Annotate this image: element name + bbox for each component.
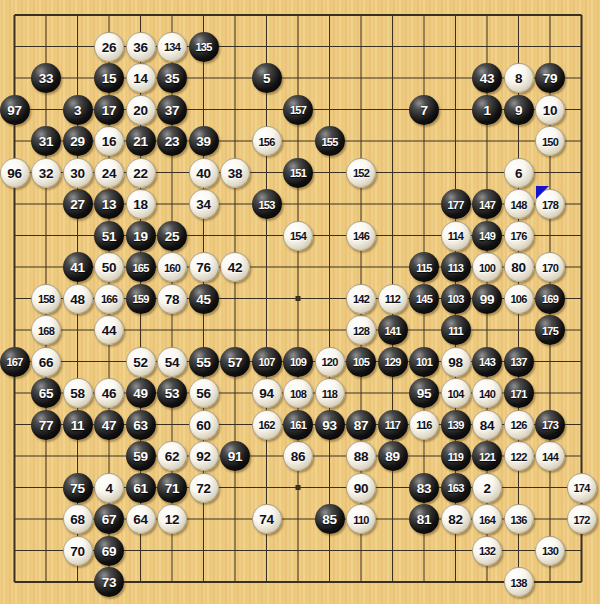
stone-move-number: 93 bbox=[322, 418, 336, 432]
go-stone-white-150: 150 bbox=[535, 126, 565, 156]
go-stone-white-58: 58 bbox=[63, 378, 93, 408]
stone-move-number: 11 bbox=[71, 418, 85, 432]
stone-move-number: 94 bbox=[259, 387, 273, 401]
stone-move-number: 38 bbox=[228, 166, 242, 180]
go-stone-black-65: 65 bbox=[31, 378, 61, 408]
stone-move-number: 118 bbox=[322, 388, 337, 399]
go-stone-white-74: 74 bbox=[252, 504, 282, 534]
stone-move-number: 54 bbox=[165, 355, 179, 369]
go-stone-white-114: 114 bbox=[441, 221, 471, 251]
stone-move-number: 58 bbox=[70, 387, 84, 401]
go-stone-black-169: 169 bbox=[535, 284, 565, 314]
go-stone-white-156: 156 bbox=[252, 126, 282, 156]
stone-move-number: 110 bbox=[353, 514, 368, 525]
go-stone-white-10: 10 bbox=[535, 95, 565, 125]
stone-move-number: 153 bbox=[259, 199, 275, 210]
go-stone-black-43: 43 bbox=[472, 63, 502, 93]
go-stone-white-40: 40 bbox=[189, 158, 219, 188]
go-stone-white-18: 18 bbox=[126, 189, 156, 219]
stone-move-number: 56 bbox=[196, 387, 210, 401]
stone-move-number: 42 bbox=[228, 261, 242, 275]
go-stone-black-1: 1 bbox=[472, 95, 502, 125]
stone-move-number: 40 bbox=[196, 166, 210, 180]
go-stone-black-29: 29 bbox=[63, 126, 93, 156]
stone-move-number: 158 bbox=[38, 294, 54, 305]
go-stone-black-161: 161 bbox=[283, 410, 313, 440]
stone-move-number: 174 bbox=[574, 483, 590, 494]
stone-move-number: 135 bbox=[196, 42, 212, 53]
go-stone-black-163: 163 bbox=[441, 473, 471, 503]
go-stone-white-16: 16 bbox=[94, 126, 124, 156]
go-stone-white-128: 128 bbox=[346, 315, 376, 345]
stone-move-number: 5 bbox=[263, 72, 270, 86]
stone-move-number: 149 bbox=[479, 231, 495, 242]
star-point bbox=[296, 485, 301, 490]
stone-move-number: 159 bbox=[133, 294, 149, 305]
stone-move-number: 144 bbox=[542, 451, 558, 462]
go-stone-black-103: 103 bbox=[441, 284, 471, 314]
go-stone-black-145: 145 bbox=[409, 284, 439, 314]
go-stone-black-3: 3 bbox=[63, 95, 93, 125]
go-stone-black-143: 143 bbox=[472, 347, 502, 377]
stone-move-number: 21 bbox=[133, 135, 147, 149]
go-stone-white-70: 70 bbox=[63, 536, 93, 566]
stone-move-number: 59 bbox=[133, 450, 147, 464]
go-stone-white-148: 148 bbox=[504, 189, 534, 219]
go-stone-black-33: 33 bbox=[31, 63, 61, 93]
stone-move-number: 80 bbox=[511, 261, 525, 275]
stone-move-number: 52 bbox=[133, 355, 147, 369]
go-stone-white-168: 168 bbox=[31, 315, 61, 345]
go-stone-black-17: 17 bbox=[94, 95, 124, 125]
go-stone-white-56: 56 bbox=[189, 378, 219, 408]
stone-move-number: 70 bbox=[70, 544, 84, 558]
go-stone-black-95: 95 bbox=[409, 378, 439, 408]
go-stone-black-171: 171 bbox=[504, 378, 534, 408]
go-stone-black-23: 23 bbox=[157, 126, 187, 156]
go-stone-black-97: 97 bbox=[0, 95, 30, 125]
stone-move-number: 45 bbox=[196, 292, 210, 306]
stone-move-number: 173 bbox=[542, 420, 558, 431]
stone-move-number: 72 bbox=[196, 481, 210, 495]
stone-move-number: 3 bbox=[74, 103, 81, 117]
go-stone-black-61: 61 bbox=[126, 473, 156, 503]
stone-move-number: 119 bbox=[448, 451, 463, 462]
stone-move-number: 12 bbox=[165, 513, 179, 527]
stone-move-number: 162 bbox=[259, 420, 275, 431]
go-stone-black-5: 5 bbox=[252, 63, 282, 93]
go-stone-black-165: 165 bbox=[126, 252, 156, 282]
stone-move-number: 20 bbox=[133, 103, 147, 117]
go-stone-black-119: 119 bbox=[441, 441, 471, 471]
go-stone-white-82: 82 bbox=[441, 504, 471, 534]
stone-move-number: 117 bbox=[385, 420, 400, 431]
stone-move-number: 145 bbox=[416, 294, 432, 305]
stone-move-number: 2 bbox=[483, 481, 490, 495]
stone-move-number: 81 bbox=[417, 513, 431, 527]
go-stone-black-7: 7 bbox=[409, 95, 439, 125]
stone-move-number: 71 bbox=[165, 481, 179, 495]
stone-move-number: 128 bbox=[353, 325, 369, 336]
stone-move-number: 177 bbox=[448, 199, 464, 210]
go-stone-white-100: 100 bbox=[472, 252, 502, 282]
go-stone-white-110: 110 bbox=[346, 504, 376, 534]
stone-move-number: 55 bbox=[196, 355, 210, 369]
go-stone-white-160: 160 bbox=[157, 252, 187, 282]
stone-move-number: 88 bbox=[354, 450, 368, 464]
stone-move-number: 129 bbox=[385, 357, 401, 368]
stone-move-number: 48 bbox=[70, 292, 84, 306]
go-stone-black-21: 21 bbox=[126, 126, 156, 156]
stone-move-number: 34 bbox=[196, 198, 210, 212]
go-stone-white-66: 66 bbox=[31, 347, 61, 377]
go-stone-white-122: 122 bbox=[504, 441, 534, 471]
stone-move-number: 85 bbox=[322, 513, 336, 527]
stone-move-number: 60 bbox=[196, 418, 210, 432]
go-stone-white-116: 116 bbox=[409, 410, 439, 440]
stone-move-number: 155 bbox=[322, 136, 338, 147]
go-stone-black-15: 15 bbox=[94, 63, 124, 93]
stone-move-number: 96 bbox=[7, 166, 21, 180]
stone-move-number: 92 bbox=[196, 450, 210, 464]
go-stone-black-41: 41 bbox=[63, 252, 93, 282]
stone-move-number: 141 bbox=[385, 325, 401, 336]
go-stone-black-89: 89 bbox=[378, 441, 408, 471]
go-stone-black-37: 37 bbox=[157, 95, 187, 125]
go-stone-white-94: 94 bbox=[252, 378, 282, 408]
go-stone-white-46: 46 bbox=[94, 378, 124, 408]
go-stone-white-80: 80 bbox=[504, 252, 534, 282]
stone-move-number: 77 bbox=[39, 418, 53, 432]
stone-move-number: 147 bbox=[479, 199, 495, 210]
go-stone-white-38: 38 bbox=[220, 158, 250, 188]
go-stone-white-88: 88 bbox=[346, 441, 376, 471]
stone-move-number: 137 bbox=[511, 357, 527, 368]
stone-move-number: 67 bbox=[102, 513, 116, 527]
go-stone-black-75: 75 bbox=[63, 473, 93, 503]
stone-move-number: 73 bbox=[102, 576, 116, 590]
stone-move-number: 50 bbox=[102, 261, 116, 275]
stone-move-number: 63 bbox=[133, 418, 147, 432]
stone-move-number: 83 bbox=[417, 481, 431, 495]
go-stone-white-126: 126 bbox=[504, 410, 534, 440]
stone-move-number: 143 bbox=[479, 357, 495, 368]
go-stone-white-4: 4 bbox=[94, 473, 124, 503]
stone-move-number: 109 bbox=[290, 357, 306, 368]
go-stone-black-27: 27 bbox=[63, 189, 93, 219]
go-stone-black-63: 63 bbox=[126, 410, 156, 440]
go-stone-black-53: 53 bbox=[157, 378, 187, 408]
stone-move-number: 4 bbox=[105, 481, 112, 495]
stone-move-number: 57 bbox=[228, 355, 242, 369]
go-stone-black-11: 11 bbox=[63, 410, 93, 440]
go-stone-black-71: 71 bbox=[157, 473, 187, 503]
go-stone-black-151: 151 bbox=[283, 158, 313, 188]
stone-move-number: 37 bbox=[165, 103, 179, 117]
stone-move-number: 126 bbox=[511, 420, 527, 431]
go-stone-black-99: 99 bbox=[472, 284, 502, 314]
stone-move-number: 18 bbox=[133, 198, 147, 212]
stone-move-number: 164 bbox=[479, 514, 495, 525]
stone-move-number: 47 bbox=[102, 418, 116, 432]
stone-move-number: 23 bbox=[165, 135, 179, 149]
stone-move-number: 166 bbox=[101, 294, 117, 305]
go-stone-black-137: 137 bbox=[504, 347, 534, 377]
go-stone-black-81: 81 bbox=[409, 504, 439, 534]
stone-move-number: 87 bbox=[354, 418, 368, 432]
stone-move-number: 62 bbox=[165, 450, 179, 464]
go-stone-black-147: 147 bbox=[472, 189, 502, 219]
go-stone-black-155: 155 bbox=[315, 126, 345, 156]
go-stone-black-153: 153 bbox=[252, 189, 282, 219]
go-stone-black-105: 105 bbox=[346, 347, 376, 377]
stone-move-number: 26 bbox=[102, 40, 116, 54]
stone-move-number: 39 bbox=[196, 135, 210, 149]
stone-move-number: 15 bbox=[102, 72, 116, 86]
stone-move-number: 172 bbox=[574, 514, 590, 525]
go-stone-white-22: 22 bbox=[126, 158, 156, 188]
go-stone-white-2: 2 bbox=[472, 473, 502, 503]
stone-move-number: 150 bbox=[542, 136, 558, 147]
go-stone-white-118: 118 bbox=[315, 378, 345, 408]
go-stone-black-129: 129 bbox=[378, 347, 408, 377]
stone-move-number: 68 bbox=[70, 513, 84, 527]
stone-move-number: 98 bbox=[448, 355, 462, 369]
go-stone-black-141: 141 bbox=[378, 315, 408, 345]
stone-move-number: 24 bbox=[102, 166, 116, 180]
go-stone-black-91: 91 bbox=[220, 441, 250, 471]
go-stone-white-36: 36 bbox=[126, 32, 156, 62]
stone-move-number: 105 bbox=[353, 357, 369, 368]
stone-move-number: 49 bbox=[133, 387, 147, 401]
stone-move-number: 1 bbox=[483, 103, 490, 117]
stone-move-number: 154 bbox=[290, 231, 306, 242]
go-stone-white-132: 132 bbox=[472, 536, 502, 566]
stone-move-number: 108 bbox=[290, 388, 306, 399]
stone-move-number: 130 bbox=[542, 546, 558, 557]
go-stone-white-20: 20 bbox=[126, 95, 156, 125]
stone-move-number: 78 bbox=[165, 292, 179, 306]
go-stone-white-64: 64 bbox=[126, 504, 156, 534]
go-stone-white-104: 104 bbox=[441, 378, 471, 408]
stone-move-number: 25 bbox=[165, 229, 179, 243]
go-stone-white-130: 130 bbox=[535, 536, 565, 566]
go-stone-black-25: 25 bbox=[157, 221, 187, 251]
stone-move-number: 171 bbox=[511, 388, 527, 399]
go-stone-white-72: 72 bbox=[189, 473, 219, 503]
go-stone-white-60: 60 bbox=[189, 410, 219, 440]
go-stone-black-175: 175 bbox=[535, 315, 565, 345]
stone-move-number: 170 bbox=[542, 262, 558, 273]
stone-move-number: 101 bbox=[416, 357, 432, 368]
go-stone-black-159: 159 bbox=[126, 284, 156, 314]
go-stone-black-111: 111 bbox=[441, 315, 471, 345]
stone-move-number: 134 bbox=[164, 42, 180, 53]
go-stone-black-87: 87 bbox=[346, 410, 376, 440]
stone-move-number: 178 bbox=[542, 199, 558, 210]
go-stone-white-138: 138 bbox=[504, 567, 534, 597]
go-stone-black-49: 49 bbox=[126, 378, 156, 408]
stone-move-number: 44 bbox=[102, 324, 116, 338]
stone-move-number: 160 bbox=[164, 262, 180, 273]
go-stone-white-68: 68 bbox=[63, 504, 93, 534]
stone-move-number: 100 bbox=[479, 262, 495, 273]
stone-move-number: 161 bbox=[290, 420, 306, 431]
go-stone-white-26: 26 bbox=[94, 32, 124, 62]
go-stone-white-78: 78 bbox=[157, 284, 187, 314]
stone-move-number: 97 bbox=[7, 103, 21, 117]
go-stone-white-154: 154 bbox=[283, 221, 313, 251]
go-stone-white-48: 48 bbox=[63, 284, 93, 314]
go-stone-white-86: 86 bbox=[283, 441, 313, 471]
go-stone-black-51: 51 bbox=[94, 221, 124, 251]
stone-move-number: 104 bbox=[448, 388, 464, 399]
go-stone-black-67: 67 bbox=[94, 504, 124, 534]
go-stone-white-158: 158 bbox=[31, 284, 61, 314]
stone-move-number: 139 bbox=[448, 420, 464, 431]
go-stone-black-9: 9 bbox=[504, 95, 534, 125]
stone-move-number: 10 bbox=[543, 103, 557, 117]
go-stone-black-83: 83 bbox=[409, 473, 439, 503]
go-stone-black-177: 177 bbox=[441, 189, 471, 219]
go-stone-white-14: 14 bbox=[126, 63, 156, 93]
go-stone-black-79: 79 bbox=[535, 63, 565, 93]
stone-move-number: 33 bbox=[39, 72, 53, 86]
stone-move-number: 86 bbox=[291, 450, 305, 464]
stone-move-number: 31 bbox=[39, 135, 53, 149]
stone-move-number: 8 bbox=[515, 72, 522, 86]
stone-move-number: 74 bbox=[259, 513, 273, 527]
go-stone-white-146: 146 bbox=[346, 221, 376, 251]
stone-move-number: 9 bbox=[515, 103, 522, 117]
stone-move-number: 82 bbox=[448, 513, 462, 527]
go-stone-black-13: 13 bbox=[94, 189, 124, 219]
go-stone-white-54: 54 bbox=[157, 347, 187, 377]
go-stone-white-6: 6 bbox=[504, 158, 534, 188]
stone-move-number: 16 bbox=[102, 135, 116, 149]
stone-move-number: 75 bbox=[70, 481, 84, 495]
stone-move-number: 116 bbox=[416, 420, 431, 431]
go-stone-black-45: 45 bbox=[189, 284, 219, 314]
star-point bbox=[296, 296, 301, 301]
go-stone-white-136: 136 bbox=[504, 504, 534, 534]
go-stone-white-142: 142 bbox=[346, 284, 376, 314]
go-stone-white-162: 162 bbox=[252, 410, 282, 440]
go-stone-white-176: 176 bbox=[504, 221, 534, 251]
stone-move-number: 175 bbox=[542, 325, 558, 336]
stone-move-number: 35 bbox=[165, 72, 179, 86]
stone-move-number: 151 bbox=[290, 168, 306, 179]
stone-move-number: 43 bbox=[480, 72, 494, 86]
go-stone-white-32: 32 bbox=[31, 158, 61, 188]
go-stone-white-120: 120 bbox=[315, 347, 345, 377]
go-stone-white-42: 42 bbox=[220, 252, 250, 282]
stone-move-number: 114 bbox=[448, 231, 463, 242]
go-stone-white-34: 34 bbox=[189, 189, 219, 219]
go-stone-white-50: 50 bbox=[94, 252, 124, 282]
stone-move-number: 156 bbox=[259, 136, 275, 147]
go-stone-black-157: 157 bbox=[283, 95, 313, 125]
go-stone-white-164: 164 bbox=[472, 504, 502, 534]
stone-move-number: 66 bbox=[39, 355, 53, 369]
stone-move-number: 46 bbox=[102, 387, 116, 401]
go-stone-black-39: 39 bbox=[189, 126, 219, 156]
go-stone-black-59: 59 bbox=[126, 441, 156, 471]
stone-move-number: 140 bbox=[479, 388, 495, 399]
stone-move-number: 176 bbox=[511, 231, 527, 242]
go-stone-white-30: 30 bbox=[63, 158, 93, 188]
stone-move-number: 91 bbox=[228, 450, 242, 464]
go-stone-white-144: 144 bbox=[535, 441, 565, 471]
go-stone-black-93: 93 bbox=[315, 410, 345, 440]
stone-move-number: 112 bbox=[385, 294, 400, 305]
stone-move-number: 32 bbox=[39, 166, 53, 180]
go-stone-white-112: 112 bbox=[378, 284, 408, 314]
go-stone-white-152: 152 bbox=[346, 158, 376, 188]
stone-move-number: 30 bbox=[70, 166, 84, 180]
go-stone-white-140: 140 bbox=[472, 378, 502, 408]
stone-move-number: 142 bbox=[353, 294, 369, 305]
stone-move-number: 107 bbox=[259, 357, 275, 368]
stone-move-number: 167 bbox=[7, 357, 23, 368]
go-stone-black-19: 19 bbox=[126, 221, 156, 251]
stone-move-number: 7 bbox=[420, 103, 427, 117]
stone-move-number: 84 bbox=[480, 418, 494, 432]
stone-move-number: 79 bbox=[543, 72, 557, 86]
stone-move-number: 27 bbox=[70, 198, 84, 212]
go-stone-white-62: 62 bbox=[157, 441, 187, 471]
stone-move-number: 111 bbox=[448, 325, 463, 336]
stone-move-number: 64 bbox=[133, 513, 147, 527]
last-move-marker bbox=[536, 186, 549, 199]
go-stone-white-90: 90 bbox=[346, 473, 376, 503]
go-stone-black-77: 77 bbox=[31, 410, 61, 440]
stone-move-number: 6 bbox=[515, 166, 522, 180]
go-stone-white-172: 172 bbox=[567, 504, 597, 534]
go-stone-black-57: 57 bbox=[220, 347, 250, 377]
go-stone-white-98: 98 bbox=[441, 347, 471, 377]
stone-move-number: 138 bbox=[511, 577, 527, 588]
go-stone-black-107: 107 bbox=[252, 347, 282, 377]
go-stone-black-73: 73 bbox=[94, 567, 124, 597]
go-stone-white-108: 108 bbox=[283, 378, 313, 408]
stone-move-number: 165 bbox=[133, 262, 149, 273]
go-stone-white-76: 76 bbox=[189, 252, 219, 282]
go-stone-white-24: 24 bbox=[94, 158, 124, 188]
stone-move-number: 51 bbox=[102, 229, 116, 243]
go-stone-black-135: 135 bbox=[189, 32, 219, 62]
stone-move-number: 113 bbox=[448, 262, 463, 273]
go-stone-white-170: 170 bbox=[535, 252, 565, 282]
go-stone-white-84: 84 bbox=[472, 410, 502, 440]
go-stone-white-52: 52 bbox=[126, 347, 156, 377]
go-stone-black-47: 47 bbox=[94, 410, 124, 440]
go-stone-black-69: 69 bbox=[94, 536, 124, 566]
stone-move-number: 163 bbox=[448, 483, 464, 494]
stone-move-number: 99 bbox=[480, 292, 494, 306]
go-board[interactable]: 1234567891011121314151617181920212223242… bbox=[0, 0, 600, 604]
go-stone-white-134: 134 bbox=[157, 32, 187, 62]
go-stone-black-115: 115 bbox=[409, 252, 439, 282]
stone-move-number: 89 bbox=[385, 450, 399, 464]
go-stone-white-12: 12 bbox=[157, 504, 187, 534]
stone-move-number: 95 bbox=[417, 387, 431, 401]
stone-move-number: 157 bbox=[290, 105, 306, 116]
stone-move-number: 136 bbox=[511, 514, 527, 525]
stone-move-number: 36 bbox=[133, 40, 147, 54]
go-stone-black-173: 173 bbox=[535, 410, 565, 440]
stone-move-number: 61 bbox=[133, 481, 147, 495]
